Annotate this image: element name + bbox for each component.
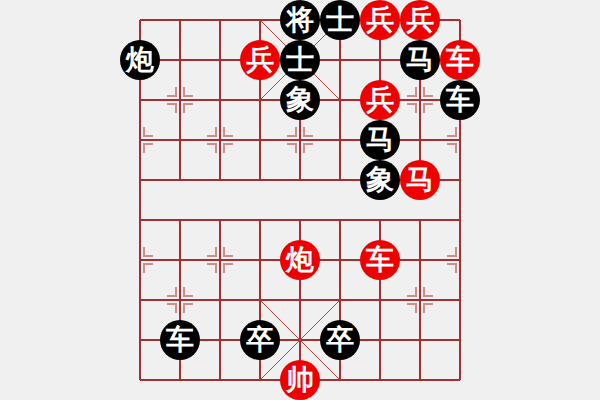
board-point-2-5[interactable] [200, 200, 240, 240]
board-point-0-3[interactable] [120, 120, 160, 160]
board-point-3-8[interactable]: 卒 [240, 320, 280, 360]
board-point-0-7[interactable] [120, 280, 160, 320]
piece-black-horse[interactable]: 马 [400, 40, 440, 80]
board-point-3-9[interactable] [240, 360, 280, 400]
board-point-5-1[interactable] [320, 40, 360, 80]
board-point-2-9[interactable] [200, 360, 240, 400]
board-point-7-6[interactable] [400, 240, 440, 280]
xiangqi-board: 将士兵兵炮兵士马车象兵车马象马炮车车卒卒帅 [120, 0, 480, 400]
board-point-5-0[interactable]: 士 [320, 0, 360, 40]
piece-red-pawn[interactable]: 兵 [400, 0, 440, 40]
board-point-8-3[interactable] [440, 120, 480, 160]
board-point-6-7[interactable] [360, 280, 400, 320]
board-point-0-2[interactable] [120, 80, 160, 120]
board-point-5-8[interactable]: 卒 [320, 320, 360, 360]
board-point-2-7[interactable] [200, 280, 240, 320]
board-point-6-3[interactable]: 马 [360, 120, 400, 160]
piece-red-horse[interactable]: 马 [400, 160, 440, 200]
board-point-4-1[interactable]: 士 [280, 40, 320, 80]
board-point-6-9[interactable] [360, 360, 400, 400]
board-point-8-2[interactable]: 车 [440, 80, 480, 120]
board-point-7-9[interactable] [400, 360, 440, 400]
board-point-2-1[interactable] [200, 40, 240, 80]
board-point-4-9[interactable]: 帅 [280, 360, 320, 400]
board-point-6-6[interactable]: 车 [360, 240, 400, 280]
board-point-8-0[interactable] [440, 0, 480, 40]
board-point-4-0[interactable]: 将 [280, 0, 320, 40]
board-point-0-4[interactable] [120, 160, 160, 200]
piece-red-pawn[interactable]: 兵 [360, 80, 400, 120]
board-point-7-8[interactable] [400, 320, 440, 360]
piece-red-pawn[interactable]: 兵 [360, 0, 400, 40]
board-point-3-2[interactable] [240, 80, 280, 120]
board-point-8-8[interactable] [440, 320, 480, 360]
board-point-1-3[interactable] [160, 120, 200, 160]
board-point-1-4[interactable] [160, 160, 200, 200]
board-point-4-7[interactable] [280, 280, 320, 320]
board-point-4-4[interactable] [280, 160, 320, 200]
board-point-5-3[interactable] [320, 120, 360, 160]
board-point-8-6[interactable] [440, 240, 480, 280]
board-point-7-3[interactable] [400, 120, 440, 160]
board-point-8-7[interactable] [440, 280, 480, 320]
board-point-2-4[interactable] [200, 160, 240, 200]
piece-red-pawn[interactable]: 兵 [240, 40, 280, 80]
board-point-5-6[interactable] [320, 240, 360, 280]
piece-black-king[interactable]: 将 [280, 0, 320, 40]
piece-red-king[interactable]: 帅 [280, 360, 320, 400]
board-point-6-8[interactable] [360, 320, 400, 360]
board-point-7-4[interactable]: 马 [400, 160, 440, 200]
piece-black-elephant[interactable]: 象 [280, 80, 320, 120]
board-point-2-8[interactable] [200, 320, 240, 360]
board-point-8-9[interactable] [440, 360, 480, 400]
board-point-5-9[interactable] [320, 360, 360, 400]
piece-red-chariot[interactable]: 车 [440, 40, 480, 80]
board-point-6-5[interactable] [360, 200, 400, 240]
piece-black-elephant[interactable]: 象 [360, 160, 400, 200]
board-point-8-5[interactable] [440, 200, 480, 240]
board-point-6-4[interactable]: 象 [360, 160, 400, 200]
piece-black-chariot[interactable]: 车 [160, 320, 200, 360]
piece-red-cannon[interactable]: 炮 [280, 240, 320, 280]
board-point-1-9[interactable] [160, 360, 200, 400]
board-point-7-0[interactable]: 兵 [400, 0, 440, 40]
board-point-3-7[interactable] [240, 280, 280, 320]
board-point-2-6[interactable] [200, 240, 240, 280]
board-point-5-5[interactable] [320, 200, 360, 240]
board-point-8-4[interactable] [440, 160, 480, 200]
board-point-1-7[interactable] [160, 280, 200, 320]
board-point-2-2[interactable] [200, 80, 240, 120]
board-point-6-2[interactable]: 兵 [360, 80, 400, 120]
board-point-6-1[interactable] [360, 40, 400, 80]
board-point-1-0[interactable] [160, 0, 200, 40]
board-point-3-0[interactable] [240, 0, 280, 40]
board-point-7-7[interactable] [400, 280, 440, 320]
piece-black-pawn[interactable]: 卒 [240, 320, 280, 360]
board-point-5-2[interactable] [320, 80, 360, 120]
board-point-1-5[interactable] [160, 200, 200, 240]
board-point-2-0[interactable] [200, 0, 240, 40]
board-point-0-0[interactable] [120, 0, 160, 40]
piece-black-advisor[interactable]: 士 [320, 0, 360, 40]
board-point-3-3[interactable] [240, 120, 280, 160]
piece-black-cannon[interactable]: 炮 [120, 40, 160, 80]
board-point-3-1[interactable]: 兵 [240, 40, 280, 80]
board-point-5-7[interactable] [320, 280, 360, 320]
board-point-1-2[interactable] [160, 80, 200, 120]
board-point-7-5[interactable] [400, 200, 440, 240]
piece-black-advisor[interactable]: 士 [280, 40, 320, 80]
board-point-0-8[interactable] [120, 320, 160, 360]
board-point-4-6[interactable]: 炮 [280, 240, 320, 280]
board-point-8-1[interactable]: 车 [440, 40, 480, 80]
board-point-4-5[interactable] [280, 200, 320, 240]
board-point-5-4[interactable] [320, 160, 360, 200]
board-point-3-5[interactable] [240, 200, 280, 240]
piece-red-chariot[interactable]: 车 [360, 240, 400, 280]
board-point-3-4[interactable] [240, 160, 280, 200]
piece-black-horse[interactable]: 马 [360, 120, 400, 160]
board-point-6-0[interactable]: 兵 [360, 0, 400, 40]
board-point-0-9[interactable] [120, 360, 160, 400]
board-point-2-3[interactable] [200, 120, 240, 160]
board-point-1-8[interactable]: 车 [160, 320, 200, 360]
board-point-7-1[interactable]: 马 [400, 40, 440, 80]
board-point-1-1[interactable] [160, 40, 200, 80]
board-point-0-1[interactable]: 炮 [120, 40, 160, 80]
board-point-0-6[interactable] [120, 240, 160, 280]
board-point-3-6[interactable] [240, 240, 280, 280]
board-point-4-3[interactable] [280, 120, 320, 160]
xiangqi-app: 将士兵兵炮兵士马车象兵车马象马炮车车卒卒帅 [0, 0, 600, 400]
board-point-4-8[interactable] [280, 320, 320, 360]
piece-black-pawn[interactable]: 卒 [320, 320, 360, 360]
board-point-1-6[interactable] [160, 240, 200, 280]
piece-black-chariot[interactable]: 车 [440, 80, 480, 120]
board-point-0-5[interactable] [120, 200, 160, 240]
board-point-4-2[interactable]: 象 [280, 80, 320, 120]
board-point-7-2[interactable] [400, 80, 440, 120]
